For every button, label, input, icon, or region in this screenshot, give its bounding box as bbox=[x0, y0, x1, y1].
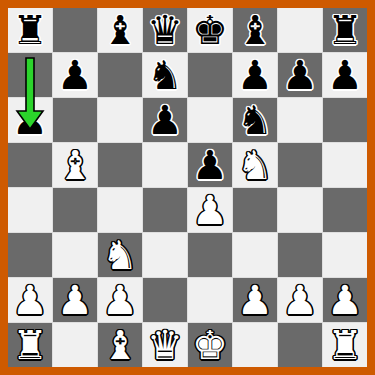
square-a8[interactable]: ♜ bbox=[8, 8, 52, 52]
square-h1[interactable]: ♜ bbox=[323, 323, 367, 367]
black-pawn-g7[interactable]: ♟ bbox=[282, 53, 318, 97]
square-e6[interactable] bbox=[188, 98, 232, 142]
square-g3[interactable] bbox=[278, 233, 322, 277]
square-f1[interactable] bbox=[233, 323, 277, 367]
white-knight-c3[interactable]: ♞ bbox=[102, 233, 138, 277]
square-f8[interactable]: ♝ bbox=[233, 8, 277, 52]
square-d6[interactable]: ♟ bbox=[143, 98, 187, 142]
square-c5[interactable] bbox=[98, 143, 142, 187]
square-h2[interactable]: ♟ bbox=[323, 278, 367, 322]
square-h3[interactable] bbox=[323, 233, 367, 277]
white-pawn-e4[interactable]: ♟ bbox=[192, 188, 228, 232]
black-pawn-e5[interactable]: ♟ bbox=[192, 143, 228, 187]
square-e2[interactable] bbox=[188, 278, 232, 322]
board-wrapper: ♜♝♛♚♝♜♟♞♟♟♟♟♟♞♝♟♞♟♞♟♟♟♟♟♟♜♝♛♚♜ bbox=[8, 8, 367, 367]
white-pawn-b2[interactable]: ♟ bbox=[57, 278, 93, 322]
square-e4[interactable]: ♟ bbox=[188, 188, 232, 232]
square-c4[interactable] bbox=[98, 188, 142, 232]
square-a2[interactable]: ♟ bbox=[8, 278, 52, 322]
black-pawn-f7[interactable]: ♟ bbox=[237, 53, 273, 97]
square-g7[interactable]: ♟ bbox=[278, 53, 322, 97]
square-d4[interactable] bbox=[143, 188, 187, 232]
square-b2[interactable]: ♟ bbox=[53, 278, 97, 322]
square-f7[interactable]: ♟ bbox=[233, 53, 277, 97]
square-e5[interactable]: ♟ bbox=[188, 143, 232, 187]
square-f5[interactable]: ♞ bbox=[233, 143, 277, 187]
square-c3[interactable]: ♞ bbox=[98, 233, 142, 277]
square-c2[interactable]: ♟ bbox=[98, 278, 142, 322]
square-c8[interactable]: ♝ bbox=[98, 8, 142, 52]
white-bishop-c1[interactable]: ♝ bbox=[102, 323, 138, 367]
square-a4[interactable] bbox=[8, 188, 52, 232]
square-g8[interactable] bbox=[278, 8, 322, 52]
square-h6[interactable] bbox=[323, 98, 367, 142]
square-h7[interactable]: ♟ bbox=[323, 53, 367, 97]
black-queen-d8[interactable]: ♛ bbox=[147, 8, 183, 52]
black-knight-d7[interactable]: ♞ bbox=[147, 53, 183, 97]
square-c6[interactable] bbox=[98, 98, 142, 142]
square-c7[interactable] bbox=[98, 53, 142, 97]
white-pawn-c2[interactable]: ♟ bbox=[102, 278, 138, 322]
white-queen-d1[interactable]: ♛ bbox=[147, 323, 183, 367]
black-knight-f6[interactable]: ♞ bbox=[237, 98, 273, 142]
square-f2[interactable]: ♟ bbox=[233, 278, 277, 322]
white-pawn-h2[interactable]: ♟ bbox=[327, 278, 363, 322]
square-h5[interactable] bbox=[323, 143, 367, 187]
square-d3[interactable] bbox=[143, 233, 187, 277]
square-c1[interactable]: ♝ bbox=[98, 323, 142, 367]
black-pawn-h7[interactable]: ♟ bbox=[327, 53, 363, 97]
board-frame: ♜♝♛♚♝♜♟♞♟♟♟♟♟♞♝♟♞♟♞♟♟♟♟♟♟♜♝♛♚♜ bbox=[0, 0, 375, 375]
black-bishop-c8[interactable]: ♝ bbox=[102, 8, 138, 52]
square-f3[interactable] bbox=[233, 233, 277, 277]
white-knight-f5[interactable]: ♞ bbox=[237, 143, 273, 187]
square-e3[interactable] bbox=[188, 233, 232, 277]
white-rook-h1[interactable]: ♜ bbox=[327, 323, 363, 367]
square-a5[interactable] bbox=[8, 143, 52, 187]
square-d8[interactable]: ♛ bbox=[143, 8, 187, 52]
square-d2[interactable] bbox=[143, 278, 187, 322]
square-a1[interactable]: ♜ bbox=[8, 323, 52, 367]
white-pawn-f2[interactable]: ♟ bbox=[237, 278, 273, 322]
square-a6[interactable]: ♟ bbox=[8, 98, 52, 142]
black-pawn-a6[interactable]: ♟ bbox=[12, 98, 48, 142]
white-bishop-b5[interactable]: ♝ bbox=[57, 143, 93, 187]
black-king-e8[interactable]: ♚ bbox=[192, 8, 228, 52]
black-rook-h8[interactable]: ♜ bbox=[327, 8, 363, 52]
black-rook-a8[interactable]: ♜ bbox=[12, 8, 48, 52]
chess-board: ♜♝♛♚♝♜♟♞♟♟♟♟♟♞♝♟♞♟♞♟♟♟♟♟♟♜♝♛♚♜ bbox=[8, 8, 367, 367]
square-e8[interactable]: ♚ bbox=[188, 8, 232, 52]
square-g6[interactable] bbox=[278, 98, 322, 142]
white-pawn-a2[interactable]: ♟ bbox=[12, 278, 48, 322]
square-b4[interactable] bbox=[53, 188, 97, 232]
square-b7[interactable]: ♟ bbox=[53, 53, 97, 97]
white-rook-a1[interactable]: ♜ bbox=[12, 323, 48, 367]
black-pawn-d6[interactable]: ♟ bbox=[147, 98, 183, 142]
square-g5[interactable] bbox=[278, 143, 322, 187]
square-f6[interactable]: ♞ bbox=[233, 98, 277, 142]
black-pawn-b7[interactable]: ♟ bbox=[57, 53, 93, 97]
square-b3[interactable] bbox=[53, 233, 97, 277]
square-g2[interactable]: ♟ bbox=[278, 278, 322, 322]
square-d5[interactable] bbox=[143, 143, 187, 187]
square-g1[interactable] bbox=[278, 323, 322, 367]
square-a7[interactable] bbox=[8, 53, 52, 97]
square-b8[interactable] bbox=[53, 8, 97, 52]
square-e1[interactable]: ♚ bbox=[188, 323, 232, 367]
square-b6[interactable] bbox=[53, 98, 97, 142]
square-f4[interactable] bbox=[233, 188, 277, 232]
square-h8[interactable]: ♜ bbox=[323, 8, 367, 52]
square-b1[interactable] bbox=[53, 323, 97, 367]
square-a3[interactable] bbox=[8, 233, 52, 277]
square-d7[interactable]: ♞ bbox=[143, 53, 187, 97]
square-h4[interactable] bbox=[323, 188, 367, 232]
square-e7[interactable] bbox=[188, 53, 232, 97]
square-b5[interactable]: ♝ bbox=[53, 143, 97, 187]
white-king-e1[interactable]: ♚ bbox=[192, 323, 228, 367]
square-d1[interactable]: ♛ bbox=[143, 323, 187, 367]
black-bishop-f8[interactable]: ♝ bbox=[237, 8, 273, 52]
white-pawn-g2[interactable]: ♟ bbox=[282, 278, 318, 322]
square-g4[interactable] bbox=[278, 188, 322, 232]
